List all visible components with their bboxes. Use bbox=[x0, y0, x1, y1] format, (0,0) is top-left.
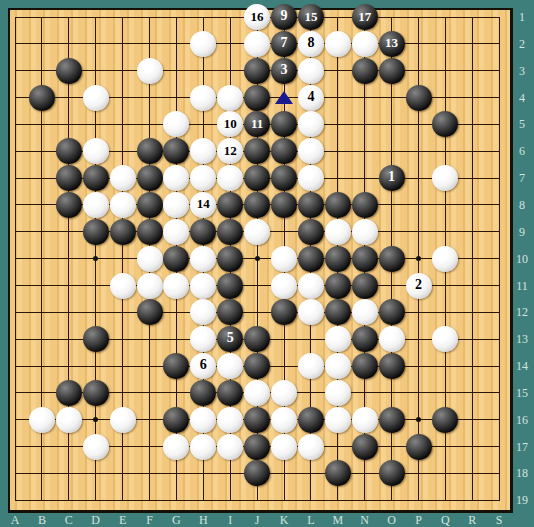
col-label-I: I bbox=[222, 513, 238, 527]
black-stone-J14[interactable] bbox=[244, 353, 270, 379]
black-stone-M18[interactable] bbox=[325, 460, 351, 486]
white-stone-K15[interactable] bbox=[271, 380, 297, 406]
black-stone-F12[interactable] bbox=[137, 299, 163, 325]
black-stone-L8[interactable] bbox=[298, 192, 324, 218]
col-label-J: J bbox=[249, 513, 265, 527]
white-stone-N9[interactable] bbox=[352, 219, 378, 245]
row-label-16: 16 bbox=[511, 413, 533, 427]
black-stone-N17[interactable] bbox=[352, 434, 378, 460]
black-stone-Q5[interactable] bbox=[432, 111, 458, 137]
black-stone-I10[interactable] bbox=[217, 246, 243, 272]
col-label-P: P bbox=[411, 513, 427, 527]
white-stone-N12[interactable] bbox=[352, 299, 378, 325]
black-stone-N11[interactable] bbox=[352, 273, 378, 299]
black-stone-C15[interactable] bbox=[56, 380, 82, 406]
white-stone-L5[interactable] bbox=[298, 111, 324, 137]
black-stone-M12[interactable] bbox=[325, 299, 351, 325]
col-label-G: G bbox=[168, 513, 184, 527]
white-stone-H4[interactable] bbox=[190, 85, 216, 111]
white-stone-K16[interactable] bbox=[271, 407, 297, 433]
black-stone-L10[interactable] bbox=[298, 246, 324, 272]
white-stone-F10[interactable] bbox=[137, 246, 163, 272]
white-stone-L17[interactable] bbox=[298, 434, 324, 460]
black-stone-D9[interactable] bbox=[83, 219, 109, 245]
black-stone-J16[interactable] bbox=[244, 407, 270, 433]
white-stone-I16[interactable] bbox=[217, 407, 243, 433]
black-stone-O3[interactable] bbox=[379, 58, 405, 84]
move-number-label: 13 bbox=[379, 36, 405, 49]
move-number-label: 17 bbox=[352, 10, 378, 23]
white-stone-C16[interactable] bbox=[56, 407, 82, 433]
col-label-C: C bbox=[61, 513, 77, 527]
white-stone-M2[interactable] bbox=[325, 31, 351, 57]
white-stone-N16[interactable] bbox=[352, 407, 378, 433]
black-stone-G16[interactable] bbox=[163, 407, 189, 433]
white-stone-O13[interactable] bbox=[379, 326, 405, 352]
row-label-8: 8 bbox=[511, 198, 533, 212]
white-stone-Q7[interactable] bbox=[432, 165, 458, 191]
white-stone-H11[interactable] bbox=[190, 273, 216, 299]
black-stone-F7[interactable] bbox=[137, 165, 163, 191]
black-stone-D13[interactable] bbox=[83, 326, 109, 352]
white-stone-L14[interactable] bbox=[298, 353, 324, 379]
col-label-O: O bbox=[384, 513, 400, 527]
row-label-10: 10 bbox=[511, 252, 533, 266]
white-stone-L7[interactable] bbox=[298, 165, 324, 191]
star-point bbox=[93, 417, 98, 422]
col-label-K: K bbox=[276, 513, 292, 527]
white-stone-J9[interactable] bbox=[244, 219, 270, 245]
white-stone-H17[interactable] bbox=[190, 434, 216, 460]
black-stone-M11[interactable] bbox=[325, 273, 351, 299]
white-stone-D17[interactable] bbox=[83, 434, 109, 460]
col-label-R: R bbox=[464, 513, 480, 527]
col-label-F: F bbox=[142, 513, 158, 527]
white-stone-K11[interactable] bbox=[271, 273, 297, 299]
black-stone-O18[interactable] bbox=[379, 460, 405, 486]
star-point bbox=[255, 256, 260, 261]
black-stone-K8[interactable] bbox=[271, 192, 297, 218]
white-stone-E7[interactable] bbox=[110, 165, 136, 191]
black-stone-F8[interactable] bbox=[137, 192, 163, 218]
white-stone-E8[interactable] bbox=[110, 192, 136, 218]
star-point bbox=[416, 417, 421, 422]
black-stone-J18[interactable] bbox=[244, 460, 270, 486]
grid-line bbox=[499, 17, 500, 501]
black-stone-N8[interactable] bbox=[352, 192, 378, 218]
black-stone-L9[interactable] bbox=[298, 219, 324, 245]
move-number-label: 12 bbox=[217, 144, 243, 157]
move-number-label: 10 bbox=[217, 117, 243, 130]
black-stone-G14[interactable] bbox=[163, 353, 189, 379]
black-stone-J7[interactable] bbox=[244, 165, 270, 191]
col-label-M: M bbox=[330, 513, 346, 527]
black-stone-I8[interactable] bbox=[217, 192, 243, 218]
grid-line bbox=[15, 312, 500, 313]
row-label-2: 2 bbox=[511, 37, 533, 51]
black-stone-O10[interactable] bbox=[379, 246, 405, 272]
col-label-A: A bbox=[7, 513, 23, 527]
grid-line bbox=[15, 500, 500, 501]
white-stone-G5[interactable] bbox=[163, 111, 189, 137]
black-stone-N13[interactable] bbox=[352, 326, 378, 352]
white-stone-J2[interactable] bbox=[244, 31, 270, 57]
black-stone-H9[interactable] bbox=[190, 219, 216, 245]
row-label-12: 12 bbox=[511, 305, 533, 319]
row-label-14: 14 bbox=[511, 359, 533, 373]
white-stone-L11[interactable] bbox=[298, 273, 324, 299]
black-stone-K6[interactable] bbox=[271, 138, 297, 164]
star-point bbox=[93, 256, 98, 261]
black-stone-J8[interactable] bbox=[244, 192, 270, 218]
black-stone-C3[interactable] bbox=[56, 58, 82, 84]
white-stone-D8[interactable] bbox=[83, 192, 109, 218]
black-stone-I12[interactable] bbox=[217, 299, 243, 325]
move-number-label: 15 bbox=[298, 10, 324, 23]
black-stone-M8[interactable] bbox=[325, 192, 351, 218]
white-stone-F3[interactable] bbox=[137, 58, 163, 84]
black-stone-D15[interactable] bbox=[83, 380, 109, 406]
black-stone-K7[interactable] bbox=[271, 165, 297, 191]
white-stone-I7[interactable] bbox=[217, 165, 243, 191]
white-stone-E11[interactable] bbox=[110, 273, 136, 299]
white-stone-H10[interactable] bbox=[190, 246, 216, 272]
white-stone-I14[interactable] bbox=[217, 353, 243, 379]
black-stone-G6[interactable] bbox=[163, 138, 189, 164]
black-stone-F6[interactable] bbox=[137, 138, 163, 164]
white-stone-M14[interactable] bbox=[325, 353, 351, 379]
move-number-label: 1 bbox=[379, 170, 405, 184]
row-label-19: 19 bbox=[511, 493, 533, 507]
black-stone-I11[interactable] bbox=[217, 273, 243, 299]
black-stone-P4[interactable] bbox=[406, 85, 432, 111]
move-number-label: 9 bbox=[271, 9, 297, 23]
row-label-13: 13 bbox=[511, 332, 533, 346]
black-stone-J4[interactable] bbox=[244, 85, 270, 111]
row-label-1: 1 bbox=[511, 10, 533, 24]
black-stone-N10[interactable] bbox=[352, 246, 378, 272]
row-label-18: 18 bbox=[511, 466, 533, 480]
white-stone-E16[interactable] bbox=[110, 407, 136, 433]
black-stone-E9[interactable] bbox=[110, 219, 136, 245]
black-stone-I9[interactable] bbox=[217, 219, 243, 245]
black-stone-K12[interactable] bbox=[271, 299, 297, 325]
row-label-6: 6 bbox=[511, 144, 533, 158]
black-stone-C7[interactable] bbox=[56, 165, 82, 191]
white-stone-I4[interactable] bbox=[217, 85, 243, 111]
black-stone-N3[interactable] bbox=[352, 58, 378, 84]
white-stone-G7[interactable] bbox=[163, 165, 189, 191]
black-stone-J13[interactable] bbox=[244, 326, 270, 352]
move-number-label: 7 bbox=[271, 36, 297, 50]
move-number-label: 2 bbox=[406, 278, 432, 292]
grid-line bbox=[15, 17, 16, 501]
black-stone-O12[interactable] bbox=[379, 299, 405, 325]
move-number-label: 8 bbox=[298, 36, 324, 50]
black-stone-M10[interactable] bbox=[325, 246, 351, 272]
white-stone-G8[interactable] bbox=[163, 192, 189, 218]
row-label-15: 15 bbox=[511, 386, 533, 400]
grid-line bbox=[472, 17, 473, 501]
black-stone-Q16[interactable] bbox=[432, 407, 458, 433]
star-point bbox=[416, 256, 421, 261]
col-label-N: N bbox=[357, 513, 373, 527]
row-label-9: 9 bbox=[511, 225, 533, 239]
black-stone-O14[interactable] bbox=[379, 353, 405, 379]
white-stone-B16[interactable] bbox=[29, 407, 55, 433]
move-number-label: 11 bbox=[244, 117, 270, 130]
white-stone-K17[interactable] bbox=[271, 434, 297, 460]
white-stone-L6[interactable] bbox=[298, 138, 324, 164]
go-board[interactable]: 1234567891011121314151617 bbox=[8, 8, 513, 513]
col-label-L: L bbox=[303, 513, 319, 527]
white-stone-I17[interactable] bbox=[217, 434, 243, 460]
go-board-surface[interactable]: 1234567891011121314151617 bbox=[10, 10, 510, 510]
move-number-label: 5 bbox=[217, 331, 243, 345]
black-stone-N14[interactable] bbox=[352, 353, 378, 379]
black-stone-C8[interactable] bbox=[56, 192, 82, 218]
black-stone-I15[interactable] bbox=[217, 380, 243, 406]
row-label-17: 17 bbox=[511, 440, 533, 454]
white-stone-K10[interactable] bbox=[271, 246, 297, 272]
row-label-4: 4 bbox=[511, 91, 533, 105]
black-stone-J17[interactable] bbox=[244, 434, 270, 460]
white-stone-L12[interactable] bbox=[298, 299, 324, 325]
black-stone-F9[interactable] bbox=[137, 219, 163, 245]
col-label-E: E bbox=[115, 513, 131, 527]
white-stone-D6[interactable] bbox=[83, 138, 109, 164]
black-stone-O16[interactable] bbox=[379, 407, 405, 433]
row-label-5: 5 bbox=[511, 117, 533, 131]
black-stone-C6[interactable] bbox=[56, 138, 82, 164]
white-stone-L3[interactable] bbox=[298, 58, 324, 84]
black-stone-J3[interactable] bbox=[244, 58, 270, 84]
move-number-label: 16 bbox=[244, 10, 270, 23]
white-stone-N2[interactable] bbox=[352, 31, 378, 57]
black-stone-J6[interactable] bbox=[244, 138, 270, 164]
black-stone-G10[interactable] bbox=[163, 246, 189, 272]
white-stone-Q10[interactable] bbox=[432, 246, 458, 272]
white-stone-M15[interactable] bbox=[325, 380, 351, 406]
white-stone-J15[interactable] bbox=[244, 380, 270, 406]
move-number-label: 3 bbox=[271, 63, 297, 77]
move-number-label: 4 bbox=[298, 90, 324, 104]
triangle-marker bbox=[275, 91, 293, 104]
black-stone-B4[interactable] bbox=[29, 85, 55, 111]
col-label-H: H bbox=[195, 513, 211, 527]
white-stone-H13[interactable] bbox=[190, 326, 216, 352]
black-stone-K5[interactable] bbox=[271, 111, 297, 137]
white-stone-H16[interactable] bbox=[190, 407, 216, 433]
white-stone-Q13[interactable] bbox=[432, 326, 458, 352]
row-label-11: 11 bbox=[511, 279, 533, 293]
white-stone-M9[interactable] bbox=[325, 219, 351, 245]
col-label-B: B bbox=[34, 513, 50, 527]
white-stone-H7[interactable] bbox=[190, 165, 216, 191]
go-app-stage: 1234567891011121314151617 ABCDEFGHIJKLMN… bbox=[0, 0, 534, 527]
col-label-D: D bbox=[88, 513, 104, 527]
white-stone-D4[interactable] bbox=[83, 85, 109, 111]
white-stone-G9[interactable] bbox=[163, 219, 189, 245]
white-stone-G11[interactable] bbox=[163, 273, 189, 299]
move-number-label: 14 bbox=[190, 197, 216, 210]
white-stone-H6[interactable] bbox=[190, 138, 216, 164]
white-stone-H2[interactable] bbox=[190, 31, 216, 57]
move-number-label: 6 bbox=[190, 358, 216, 372]
white-stone-M16[interactable] bbox=[325, 407, 351, 433]
white-stone-H12[interactable] bbox=[190, 299, 216, 325]
black-stone-D7[interactable] bbox=[83, 165, 109, 191]
row-label-7: 7 bbox=[511, 171, 533, 185]
white-stone-F11[interactable] bbox=[137, 273, 163, 299]
black-stone-L16[interactable] bbox=[298, 407, 324, 433]
black-stone-H15[interactable] bbox=[190, 380, 216, 406]
row-label-3: 3 bbox=[511, 64, 533, 78]
black-stone-P17[interactable] bbox=[406, 434, 432, 460]
white-stone-G17[interactable] bbox=[163, 434, 189, 460]
col-label-Q: Q bbox=[437, 513, 453, 527]
col-label-S: S bbox=[491, 513, 507, 527]
white-stone-M13[interactable] bbox=[325, 326, 351, 352]
